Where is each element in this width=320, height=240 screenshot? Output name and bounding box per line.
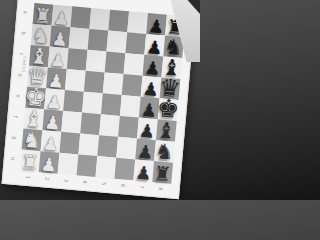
square-e2[interactable]: ♟	[44, 88, 65, 111]
square-g3[interactable]	[59, 132, 80, 155]
square-f6[interactable]	[118, 116, 139, 139]
square-b3[interactable]	[69, 27, 90, 50]
square-c7[interactable]: ♟	[142, 55, 163, 78]
square-a1[interactable]: ♜	[33, 3, 54, 26]
square-a7[interactable]: ♟	[146, 13, 167, 36]
rank-label-7: 7	[139, 185, 144, 189]
square-b2[interactable]: ♟	[50, 26, 71, 49]
square-c1[interactable]: ♝	[29, 45, 50, 68]
square-h5[interactable]	[95, 156, 116, 179]
chess-board: ♜♟♟♜♞♟♟♞♝♟♟♝♛♟♟♛♚♟♟♚♝♟♟♝♞♟♟♞♜♟♟♜	[20, 3, 186, 184]
rank-label-4: 4	[82, 180, 87, 184]
square-b1[interactable]: ♞	[31, 24, 52, 47]
square-c6[interactable]	[124, 53, 145, 76]
square-h7[interactable]: ♟	[133, 159, 154, 182]
rank-label-8: 8	[158, 187, 163, 191]
square-c5[interactable]	[105, 52, 126, 75]
square-h1[interactable]: ♜	[20, 149, 41, 172]
rank-label-5: 5	[101, 182, 106, 186]
square-h2[interactable]: ♟	[39, 151, 60, 174]
file-label-e: e	[15, 94, 20, 98]
square-d8[interactable]: ♛	[160, 77, 181, 100]
chess-board-sheet: CHESS ♜♟♟♜♞♟♟♞♝♟♟♝♛♟♟♛♚♟♟♚♝♟♟♝♞♟♟♞♜♟♟♜ a…	[2, 0, 197, 199]
square-e1[interactable]: ♚	[25, 87, 46, 110]
square-c4[interactable]	[86, 50, 107, 73]
rank-label-6: 6	[120, 184, 125, 188]
square-g2[interactable]: ♟	[41, 130, 62, 153]
square-g8[interactable]: ♞	[154, 140, 175, 163]
square-f2[interactable]: ♟	[42, 109, 63, 132]
square-c8[interactable]: ♝	[161, 56, 182, 79]
file-label-d: d	[17, 73, 22, 77]
square-g6[interactable]	[116, 137, 137, 160]
square-a5[interactable]	[108, 10, 129, 33]
square-b7[interactable]: ♟	[144, 34, 165, 57]
square-b4[interactable]	[88, 29, 109, 52]
file-label-c: c	[19, 52, 24, 55]
square-h3[interactable]	[58, 153, 79, 176]
square-g5[interactable]	[97, 135, 118, 158]
square-d7[interactable]: ♟	[141, 76, 162, 99]
square-b6[interactable]	[125, 32, 146, 55]
square-g1[interactable]: ♞	[22, 129, 43, 152]
square-a2[interactable]: ♟	[52, 5, 73, 28]
photo-background: CHESS ♜♟♟♜♞♟♟♞♝♟♟♝♛♟♟♛♚♟♟♚♝♟♟♝♞♟♟♞♜♟♟♜ a…	[0, 0, 200, 200]
square-h8[interactable]: ♜	[152, 161, 173, 184]
square-f7[interactable]: ♟	[137, 118, 158, 141]
board-brand-text: CHESS	[21, 56, 27, 73]
square-e3[interactable]	[63, 90, 84, 113]
square-d4[interactable]	[84, 71, 105, 94]
file-label-b: b	[21, 31, 26, 35]
square-h4[interactable]	[77, 154, 98, 177]
square-e7[interactable]: ♟	[139, 97, 160, 120]
square-a6[interactable]	[127, 11, 148, 34]
square-f8[interactable]: ♝	[156, 119, 177, 142]
square-e6[interactable]	[120, 95, 141, 118]
square-f1[interactable]: ♝	[23, 108, 44, 131]
file-label-h: h	[10, 157, 15, 161]
square-d2[interactable]: ♟	[46, 67, 67, 90]
square-e5[interactable]	[101, 93, 122, 116]
square-f5[interactable]	[99, 114, 120, 137]
square-d5[interactable]	[103, 72, 124, 95]
square-d1[interactable]: ♛	[27, 66, 48, 89]
rank-label-2: 2	[44, 177, 49, 181]
black-queen: ♛	[158, 75, 183, 101]
file-label-a: a	[23, 11, 28, 15]
square-f3[interactable]	[61, 111, 82, 134]
file-label-f: f	[13, 116, 18, 118]
square-d3[interactable]	[65, 69, 86, 92]
file-label-g: g	[12, 136, 17, 140]
rank-label-1: 1	[25, 175, 30, 179]
square-e8[interactable]: ♚	[158, 98, 179, 121]
square-a3[interactable]	[70, 6, 91, 29]
rank-label-3: 3	[63, 179, 68, 183]
square-e4[interactable]	[82, 92, 103, 115]
square-c2[interactable]: ♟	[48, 47, 69, 70]
square-d6[interactable]	[122, 74, 143, 97]
square-g7[interactable]: ♟	[135, 138, 156, 161]
square-b5[interactable]	[106, 31, 127, 54]
black-king: ♚	[156, 95, 181, 122]
square-g4[interactable]	[78, 134, 99, 157]
black-rook: ♜	[150, 163, 175, 185]
square-a4[interactable]	[89, 8, 110, 31]
square-h6[interactable]	[114, 158, 135, 181]
square-f4[interactable]	[80, 113, 101, 136]
square-c3[interactable]	[67, 48, 88, 71]
